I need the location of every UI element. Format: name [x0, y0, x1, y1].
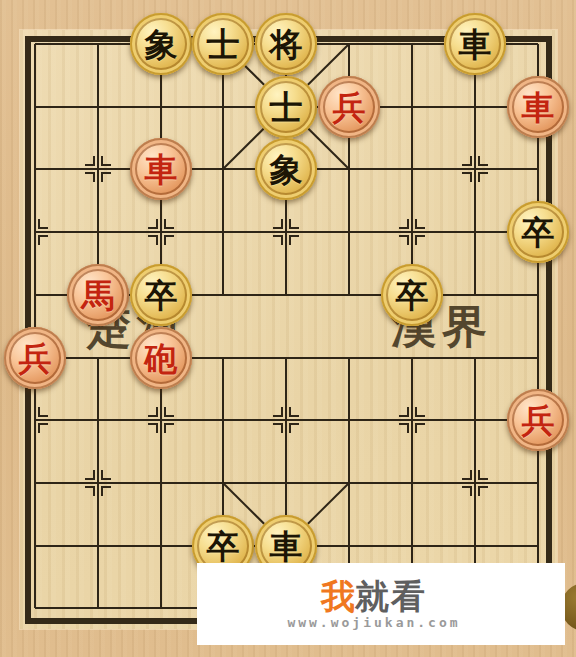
piece-black-advisor-2[interactable]: 士 — [255, 76, 317, 138]
piece-black-advisor-1[interactable]: 士 — [192, 13, 254, 75]
piece-black-soldier-1[interactable]: 卒 — [507, 201, 569, 263]
watermark: 我 就看 www.wojiukan.com — [197, 563, 565, 645]
piece-black-elephant-1[interactable]: 象 — [130, 13, 192, 75]
piece-red-soldier-1[interactable]: 兵 — [318, 76, 380, 138]
watermark-logo: 我 就看 — [321, 578, 427, 614]
watermark-url: www.wojiukan.com — [287, 615, 460, 630]
watermark-logo-rest: 就看 — [355, 578, 427, 614]
piece-black-elephant-2[interactable]: 象 — [255, 138, 317, 200]
piece-red-chariot-1[interactable]: 車 — [507, 76, 569, 138]
piece-black-general[interactable]: 将 — [255, 13, 317, 75]
piece-red-horse[interactable]: 馬 — [67, 264, 129, 326]
piece-red-chariot-2[interactable]: 車 — [130, 138, 192, 200]
piece-red-soldier-2[interactable]: 兵 — [4, 327, 66, 389]
watermark-logo-highlight: 我 — [321, 578, 355, 614]
piece-black-soldier-2[interactable]: 卒 — [130, 264, 192, 326]
piece-red-cannon[interactable]: 砲 — [130, 327, 192, 389]
piece-red-soldier-3[interactable]: 兵 — [507, 389, 569, 451]
piece-black-soldier-3[interactable]: 卒 — [381, 264, 443, 326]
xiangqi-screenshot: { "game": "xiangqi", "board": { "columns… — [0, 0, 576, 657]
piece-black-chariot-1[interactable]: 車 — [444, 13, 506, 75]
